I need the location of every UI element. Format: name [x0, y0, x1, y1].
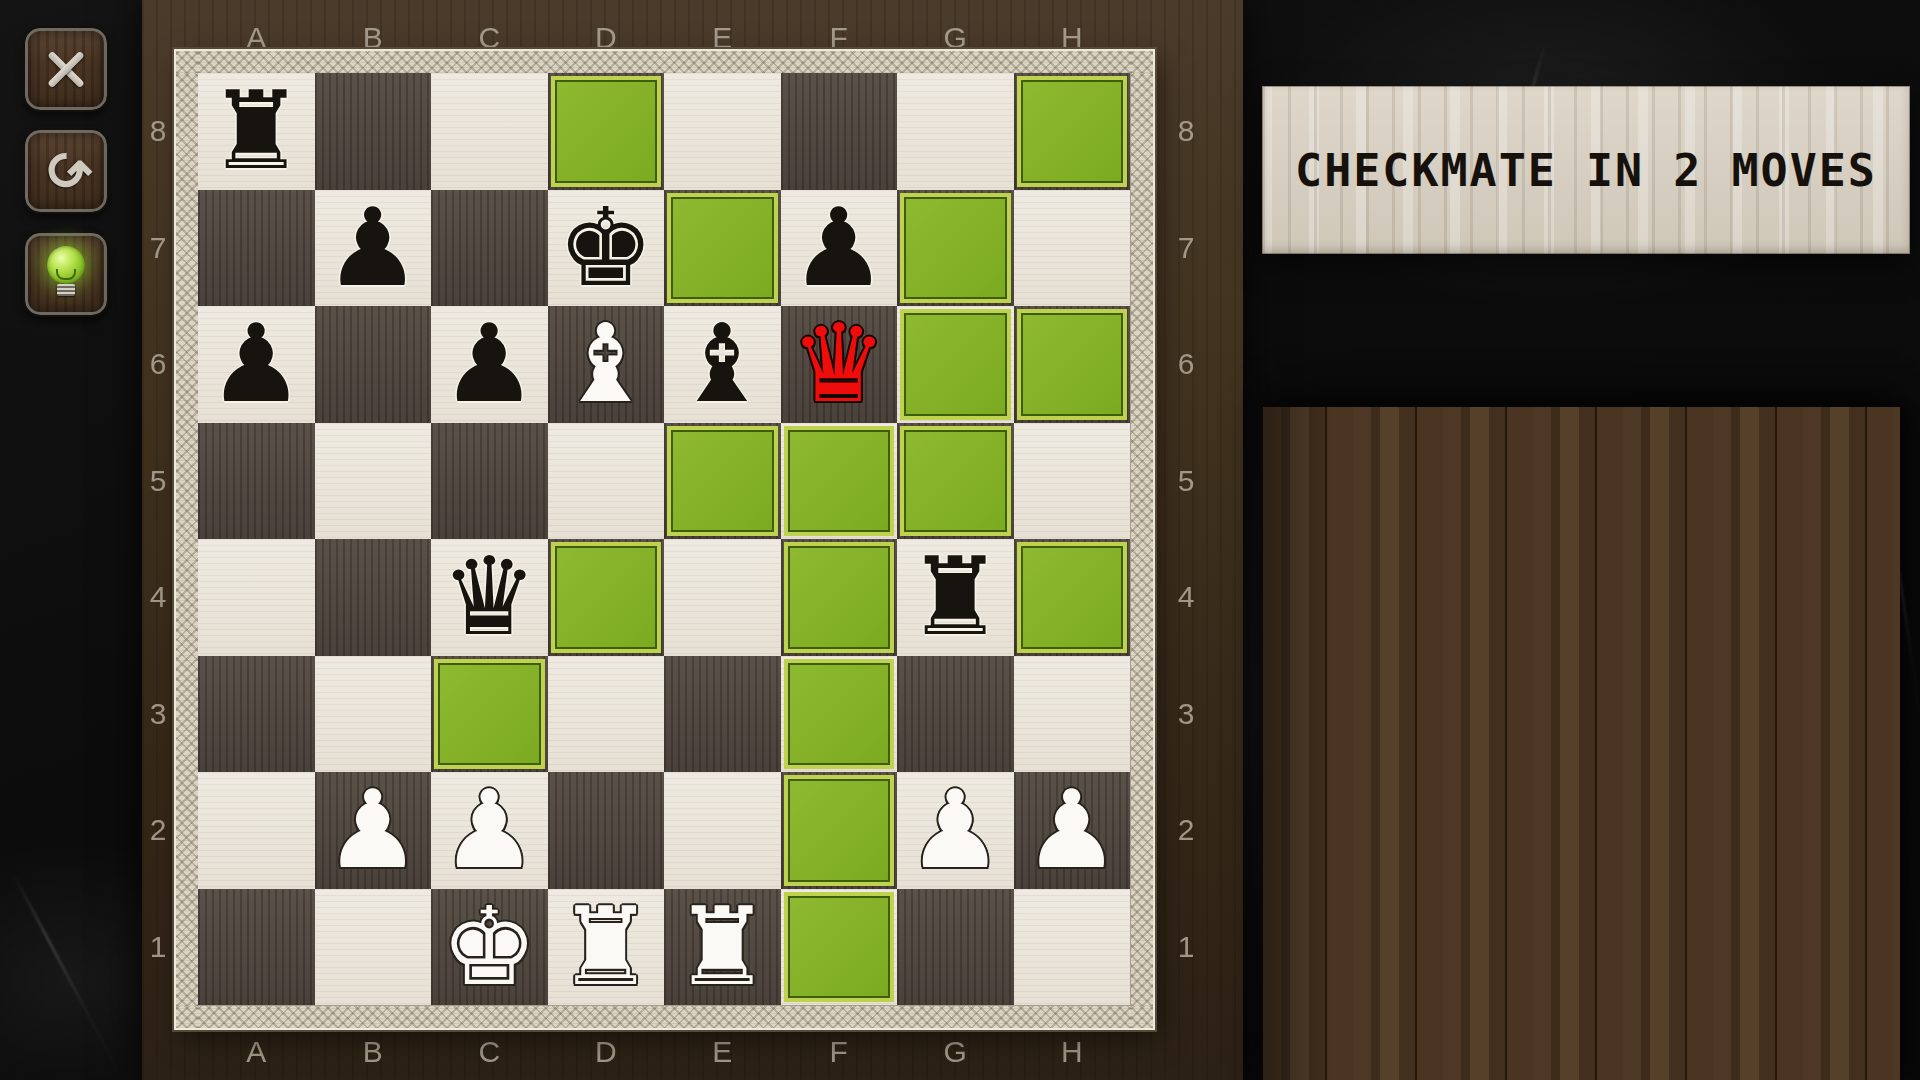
rank-label-right-6: 6 — [1166, 306, 1206, 423]
lightbulb-icon — [46, 246, 86, 302]
square-e4[interactable] — [664, 539, 781, 656]
marble-vein — [12, 873, 122, 1077]
square-b4[interactable] — [315, 539, 432, 656]
rank-label-left-5: 5 — [138, 423, 178, 540]
highlight-d4 — [551, 542, 662, 653]
piece-white-pawn-h2[interactable]: ♟ — [1014, 772, 1131, 889]
square-h2[interactable]: ♟ — [1014, 772, 1131, 889]
square-e5[interactable] — [664, 423, 781, 540]
square-g5[interactable] — [897, 423, 1014, 540]
square-d4[interactable] — [548, 539, 665, 656]
restart-icon: ↺ — [31, 136, 101, 206]
highlight-f3 — [784, 659, 895, 770]
square-a5[interactable] — [198, 423, 315, 540]
highlight-h6 — [1017, 309, 1128, 420]
square-e2[interactable] — [664, 772, 781, 889]
file-label-bottom-E: E — [664, 1030, 781, 1074]
rank-label-right-5: 5 — [1166, 423, 1206, 540]
rank-label-left-8: 8 — [138, 73, 178, 190]
square-b6[interactable] — [315, 306, 432, 423]
highlight-g6 — [900, 309, 1011, 420]
square-a7[interactable] — [198, 190, 315, 307]
rank-label-right-7: 7 — [1166, 190, 1206, 307]
piece-black-queen-c4[interactable]: ♛ — [431, 539, 548, 656]
piece-black-pawn-b7[interactable]: ♟ — [315, 190, 432, 307]
highlight-f4 — [784, 542, 895, 653]
square-h3[interactable] — [1014, 656, 1131, 773]
square-g6[interactable] — [897, 306, 1014, 423]
square-c6[interactable]: ♟ — [431, 306, 548, 423]
square-c4[interactable]: ♛ — [431, 539, 548, 656]
square-c2[interactable]: ♟ — [431, 772, 548, 889]
piece-black-rook-a8[interactable]: ♜ — [198, 73, 315, 190]
piece-white-rook-d1[interactable]: ♜ — [548, 889, 665, 1006]
rank-label-right-3: 3 — [1166, 656, 1206, 773]
file-label-bottom-A: A — [198, 1030, 315, 1074]
square-h6[interactable] — [1014, 306, 1131, 423]
puzzle-sign-text: CHECKMATE IN 2 MOVES — [1295, 144, 1877, 197]
square-g8[interactable] — [897, 73, 1014, 190]
square-a6[interactable]: ♟ — [198, 306, 315, 423]
wood-panel — [1263, 407, 1900, 1080]
hint-button[interactable] — [25, 233, 107, 315]
rank-label-right-2: 2 — [1166, 772, 1206, 889]
piece-black-pawn-a6[interactable]: ♟ — [198, 306, 315, 423]
square-f6[interactable]: ♛ — [781, 306, 898, 423]
file-label-bottom-F: F — [781, 1030, 898, 1074]
piece-black-pawn-f7[interactable]: ♟ — [781, 190, 898, 307]
piece-black-pawn-c6[interactable]: ♟ — [431, 306, 548, 423]
square-e1[interactable]: ♜ — [664, 889, 781, 1006]
square-c5[interactable] — [431, 423, 548, 540]
square-a1[interactable] — [198, 889, 315, 1006]
square-b5[interactable] — [315, 423, 432, 540]
highlight-f1 — [784, 892, 895, 1003]
app-window: ↺ ABCDEFGH ABCDEFGH 87654321 87654321 ♜♟… — [0, 0, 1920, 1080]
piece-black-bishop-e6[interactable]: ♝ — [664, 306, 781, 423]
square-f8[interactable] — [781, 73, 898, 190]
highlight-e7 — [667, 193, 778, 304]
piece-white-pawn-c2[interactable]: ♟ — [431, 772, 548, 889]
highlight-e5 — [667, 426, 778, 537]
highlight-h8 — [1017, 76, 1128, 187]
square-f5[interactable] — [781, 423, 898, 540]
square-f1[interactable] — [781, 889, 898, 1006]
square-b3[interactable] — [315, 656, 432, 773]
square-d6[interactable]: ♝ — [548, 306, 665, 423]
square-f3[interactable] — [781, 656, 898, 773]
square-g7[interactable] — [897, 190, 1014, 307]
piece-white-bishop-d6[interactable]: ♝ — [548, 306, 665, 423]
rank-labels-right: 87654321 — [1166, 73, 1206, 1005]
file-label-bottom-C: C — [431, 1030, 548, 1074]
rank-label-right-4: 4 — [1166, 539, 1206, 656]
square-c7[interactable] — [431, 190, 548, 307]
square-e8[interactable] — [664, 73, 781, 190]
highlight-f2 — [784, 775, 895, 886]
piece-black-king-d7[interactable]: ♚ — [548, 190, 665, 307]
square-h8[interactable] — [1014, 73, 1131, 190]
square-g2[interactable]: ♟ — [897, 772, 1014, 889]
square-b2[interactable]: ♟ — [315, 772, 432, 889]
close-button[interactable] — [25, 28, 107, 110]
square-d5[interactable] — [548, 423, 665, 540]
square-d8[interactable] — [548, 73, 665, 190]
square-d3[interactable] — [548, 656, 665, 773]
square-h7[interactable] — [1014, 190, 1131, 307]
highlight-g7 — [900, 193, 1011, 304]
puzzle-sign: CHECKMATE IN 2 MOVES — [1262, 86, 1910, 254]
highlight-f5 — [784, 426, 895, 537]
square-f7[interactable]: ♟ — [781, 190, 898, 307]
square-f4[interactable] — [781, 539, 898, 656]
file-label-bottom-D: D — [548, 1030, 665, 1074]
square-f2[interactable] — [781, 772, 898, 889]
square-b7[interactable]: ♟ — [315, 190, 432, 307]
rank-label-left-2: 2 — [138, 772, 178, 889]
square-a3[interactable] — [198, 656, 315, 773]
file-labels-bottom: ABCDEFGH — [198, 1030, 1130, 1074]
square-d7[interactable]: ♚ — [548, 190, 665, 307]
square-h1[interactable] — [1014, 889, 1131, 1006]
square-h4[interactable] — [1014, 539, 1131, 656]
square-d2[interactable] — [548, 772, 665, 889]
square-a2[interactable] — [198, 772, 315, 889]
piece-black-rook-g4[interactable]: ♜ — [897, 539, 1014, 656]
square-a4[interactable] — [198, 539, 315, 656]
file-label-bottom-B: B — [315, 1030, 432, 1074]
square-d1[interactable]: ♜ — [548, 889, 665, 1006]
rank-label-right-8: 8 — [1166, 73, 1206, 190]
rank-label-right-1: 1 — [1166, 889, 1206, 1006]
piece-white-pawn-b2[interactable]: ♟ — [315, 772, 432, 889]
square-e7[interactable] — [664, 190, 781, 307]
piece-red-white-queen-f6[interactable]: ♛ — [781, 306, 898, 423]
square-e6[interactable]: ♝ — [664, 306, 781, 423]
square-c8[interactable] — [431, 73, 548, 190]
rank-label-left-6: 6 — [138, 306, 178, 423]
rank-label-left-7: 7 — [138, 190, 178, 307]
piece-white-king-c1[interactable]: ♚ — [431, 889, 548, 1006]
rank-label-left-4: 4 — [138, 539, 178, 656]
rank-label-left-1: 1 — [138, 889, 178, 1006]
square-c1[interactable]: ♚ — [431, 889, 548, 1006]
highlight-c3 — [434, 659, 545, 770]
square-g3[interactable] — [897, 656, 1014, 773]
square-g1[interactable] — [897, 889, 1014, 1006]
square-b1[interactable] — [315, 889, 432, 1006]
chess-board-frame: ABCDEFGH ABCDEFGH 87654321 87654321 ♜♟♚♟… — [142, 0, 1243, 1080]
rank-label-left-3: 3 — [138, 656, 178, 773]
file-label-bottom-G: G — [897, 1030, 1014, 1074]
highlight-d8 — [551, 76, 662, 187]
square-c3[interactable] — [431, 656, 548, 773]
square-b8[interactable] — [315, 73, 432, 190]
highlight-h4 — [1017, 542, 1128, 653]
square-g4[interactable]: ♜ — [897, 539, 1014, 656]
rank-labels-left: 87654321 — [138, 73, 178, 1005]
restart-button[interactable]: ↺ — [25, 130, 107, 212]
file-label-bottom-H: H — [1014, 1030, 1131, 1074]
piece-white-rook-e1[interactable]: ♜ — [664, 889, 781, 1006]
highlight-g5 — [900, 426, 1011, 537]
square-h5[interactable] — [1014, 423, 1131, 540]
chess-board: ♜♟♚♟♟♟♝♝♛♛♜♟♟♟♟♚♜♜ — [198, 73, 1130, 1005]
piece-white-pawn-g2[interactable]: ♟ — [897, 772, 1014, 889]
square-a8[interactable]: ♜ — [198, 73, 315, 190]
square-e3[interactable] — [664, 656, 781, 773]
